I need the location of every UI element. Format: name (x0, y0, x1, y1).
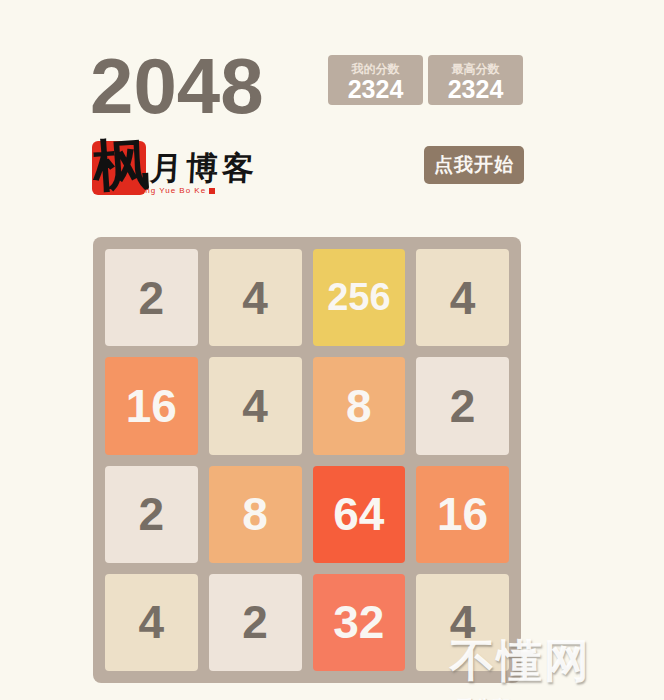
tile-r3c3-value-64: 64 (313, 466, 406, 563)
logo-dot (209, 188, 215, 194)
logo-text: 月博客 (149, 147, 259, 191)
my-score-value: 2324 (328, 76, 423, 103)
game-board-2048[interactable]: 2425641648228641642324 (93, 237, 521, 683)
page-title: 2048 (90, 44, 264, 130)
tile-r3c1-value-2: 2 (105, 466, 198, 563)
tile-r4c2-value-2: 2 (209, 574, 302, 671)
tile-r1c4-value-4: 4 (416, 249, 509, 346)
my-score-box: 我的分数 2324 (328, 55, 423, 105)
tile-r4c4-value-4: 4 (416, 574, 509, 671)
my-score-label: 我的分数 (328, 62, 423, 76)
logo-subtext-text: Feng Yue Bo Ke (134, 186, 206, 195)
best-score-label: 最高分数 (428, 62, 523, 76)
logo-subtext: Feng Yue Bo Ke (134, 186, 215, 195)
best-score-value: 2324 (428, 76, 523, 103)
tile-r3c2-value-8: 8 (209, 466, 302, 563)
tile-r2c4-value-2: 2 (416, 357, 509, 454)
tile-r2c3-value-8: 8 (313, 357, 406, 454)
tile-r2c1-value-16: 16 (105, 357, 198, 454)
start-button[interactable]: 点我开始 (424, 146, 524, 184)
tile-r2c2-value-4: 4 (209, 357, 302, 454)
tile-r1c1-value-2: 2 (105, 249, 198, 346)
site-logo: 枫 月博客 Feng Yue Bo Ke (94, 141, 234, 201)
tile-r4c3-value-32: 32 (313, 574, 406, 671)
tile-r4c1-value-4: 4 (105, 574, 198, 671)
tile-r1c2-value-4: 4 (209, 249, 302, 346)
tile-r1c3-value-256: 256 (313, 249, 406, 346)
page: 2048 我的分数 2324 最高分数 2324 枫 月博客 Feng Yue … (0, 0, 664, 700)
best-score-box: 最高分数 2324 (428, 55, 523, 105)
tile-r3c4-value-16: 16 (416, 466, 509, 563)
